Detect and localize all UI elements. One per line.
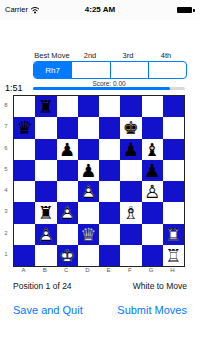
black-pawn[interactable]: ♟ [57, 139, 78, 160]
square-e8[interactable] [99, 96, 120, 117]
square-h5[interactable] [163, 160, 184, 181]
square-d3[interactable] [78, 202, 99, 223]
label-2nd: 2nd [84, 51, 97, 60]
square-d2[interactable]: ♛♕ [78, 224, 99, 245]
white-queen[interactable]: ♛♕ [78, 224, 99, 245]
square-a8[interactable] [14, 96, 35, 117]
square-b5[interactable] [35, 160, 56, 181]
square-h6[interactable] [163, 139, 184, 160]
white-pawn[interactable]: ♟♙ [142, 181, 163, 202]
save-and-quit-button[interactable]: Save and Quit [13, 304, 83, 316]
square-a7[interactable]: ♛ [14, 117, 35, 138]
square-e5[interactable] [99, 160, 120, 181]
square-f2[interactable] [120, 224, 141, 245]
black-pawn[interactable]: ♟ [120, 139, 141, 160]
rank-label-2: 2 [0, 223, 12, 244]
square-e6[interactable] [99, 139, 120, 160]
segment-2nd[interactable] [71, 62, 109, 78]
file-label-h: H [162, 267, 183, 273]
score-label: Score: 0.00 [33, 80, 185, 87]
status-bar: Carrier 4:25 AM [0, 0, 200, 20]
square-f1[interactable] [120, 245, 141, 266]
rank-label-1: 1 [0, 244, 12, 265]
file-label-e: E [98, 267, 119, 273]
square-a2[interactable] [14, 224, 35, 245]
square-g6[interactable]: ♝ [142, 139, 163, 160]
white-pawn[interactable]: ♟♙ [78, 181, 99, 202]
square-g5[interactable]: ♟ [142, 160, 163, 181]
square-b2[interactable]: ♟♙ [35, 224, 56, 245]
segment-4th[interactable] [148, 62, 186, 78]
file-label-f: F [119, 267, 140, 273]
square-c6[interactable]: ♟ [57, 139, 78, 160]
label-3rd: 3rd [123, 51, 134, 60]
position-counter: Position 1 of 24 [13, 281, 72, 291]
status-time: 4:25 AM [0, 5, 200, 14]
square-g1[interactable] [142, 245, 163, 266]
square-e1[interactable] [99, 245, 120, 266]
square-a5[interactable] [14, 160, 35, 181]
white-pawn[interactable]: ♟♙ [57, 202, 78, 223]
square-f6[interactable]: ♟ [120, 139, 141, 160]
square-d4[interactable]: ♟♙ [78, 181, 99, 202]
label-best-move: Best Move [34, 51, 69, 60]
square-h7[interactable] [163, 117, 184, 138]
square-f4[interactable] [120, 181, 141, 202]
file-label-c: C [56, 267, 77, 273]
rank-label-8: 8 [0, 95, 12, 116]
black-bishop[interactable]: ♝ [142, 139, 163, 160]
square-d1[interactable] [78, 245, 99, 266]
square-a1[interactable] [14, 245, 35, 266]
square-c5[interactable] [57, 160, 78, 181]
white-pawn[interactable]: ♟♙ [35, 224, 56, 245]
square-h3[interactable] [163, 202, 184, 223]
square-b6[interactable] [35, 139, 56, 160]
square-f5[interactable] [120, 160, 141, 181]
square-b4[interactable] [35, 181, 56, 202]
square-c7[interactable] [57, 117, 78, 138]
turn-indicator: White to Move [133, 281, 187, 291]
time-progress-bar [33, 87, 185, 90]
square-c3[interactable]: ♟♙ [57, 202, 78, 223]
square-f8[interactable] [120, 96, 141, 117]
square-b8[interactable]: ♜ [35, 96, 56, 117]
square-h8[interactable] [163, 96, 184, 117]
timer-label: 1:51 [5, 83, 23, 93]
square-e2[interactable] [99, 224, 120, 245]
white-bishop[interactable]: ♝♗ [120, 202, 141, 223]
square-a3[interactable] [14, 202, 35, 223]
chess-board: ♜♛♚♟♟♝♟♟♟♙♟♙♜♟♙♝♗♟♙♛♕♜♖♚♔♜♖ [13, 95, 185, 267]
white-rook[interactable]: ♜♖ [163, 245, 184, 266]
square-g7[interactable] [142, 117, 163, 138]
square-c8[interactable] [57, 96, 78, 117]
white-rook[interactable]: ♜♖ [163, 224, 184, 245]
square-g3[interactable] [142, 202, 163, 223]
square-g8[interactable] [142, 96, 163, 117]
black-rook[interactable]: ♜ [35, 96, 56, 117]
black-king[interactable]: ♚ [120, 117, 141, 138]
square-a6[interactable] [14, 139, 35, 160]
square-g2[interactable] [142, 224, 163, 245]
rank-label-3: 3 [0, 201, 12, 222]
battery-icon [177, 7, 192, 13]
square-d8[interactable] [78, 96, 99, 117]
square-g4[interactable]: ♟♙ [142, 181, 163, 202]
segment-best-move[interactable]: Rh7 [34, 62, 71, 78]
square-d6[interactable] [78, 139, 99, 160]
rank-label-4: 4 [0, 180, 12, 201]
square-d7[interactable] [78, 117, 99, 138]
file-label-a: A [13, 267, 34, 273]
square-b1[interactable] [35, 245, 56, 266]
square-d5[interactable]: ♟ [78, 160, 99, 181]
square-e7[interactable] [99, 117, 120, 138]
black-rook[interactable]: ♜ [35, 202, 56, 223]
black-queen[interactable]: ♛ [14, 117, 35, 138]
rank-label-6: 6 [0, 138, 12, 159]
file-labels: ABCDEFGH [13, 267, 183, 273]
time-progress-fill [33, 87, 170, 90]
square-f7[interactable]: ♚ [120, 117, 141, 138]
submit-moves-button[interactable]: Submit Moves [117, 304, 187, 316]
white-king[interactable]: ♚♔ [57, 245, 78, 266]
square-b7[interactable] [35, 117, 56, 138]
square-b3[interactable]: ♜ [35, 202, 56, 223]
app-screen: Carrier 4:25 AM Best Move 2nd 3rd 4th Rh… [0, 0, 200, 355]
black-pawn[interactable]: ♟ [78, 160, 99, 181]
square-h4[interactable] [163, 181, 184, 202]
square-c4[interactable] [57, 181, 78, 202]
rank-labels: 87654321 [0, 95, 12, 265]
square-e3[interactable] [99, 202, 120, 223]
file-label-d: D [77, 267, 98, 273]
black-pawn[interactable]: ♟ [142, 160, 163, 181]
file-label-g: G [141, 267, 162, 273]
file-label-b: B [34, 267, 55, 273]
square-h1[interactable]: ♜♖ [163, 245, 184, 266]
square-h2[interactable]: ♜♖ [163, 224, 184, 245]
square-e4[interactable] [99, 181, 120, 202]
rank-label-7: 7 [0, 116, 12, 137]
square-c1[interactable]: ♚♔ [57, 245, 78, 266]
square-a4[interactable] [14, 181, 35, 202]
square-f3[interactable]: ♝♗ [120, 202, 141, 223]
rank-label-5: 5 [0, 159, 12, 180]
move-segmented-control: Rh7 [33, 61, 187, 79]
label-4th: 4th [161, 51, 171, 60]
segment-3rd[interactable] [110, 62, 148, 78]
square-c2[interactable] [57, 224, 78, 245]
